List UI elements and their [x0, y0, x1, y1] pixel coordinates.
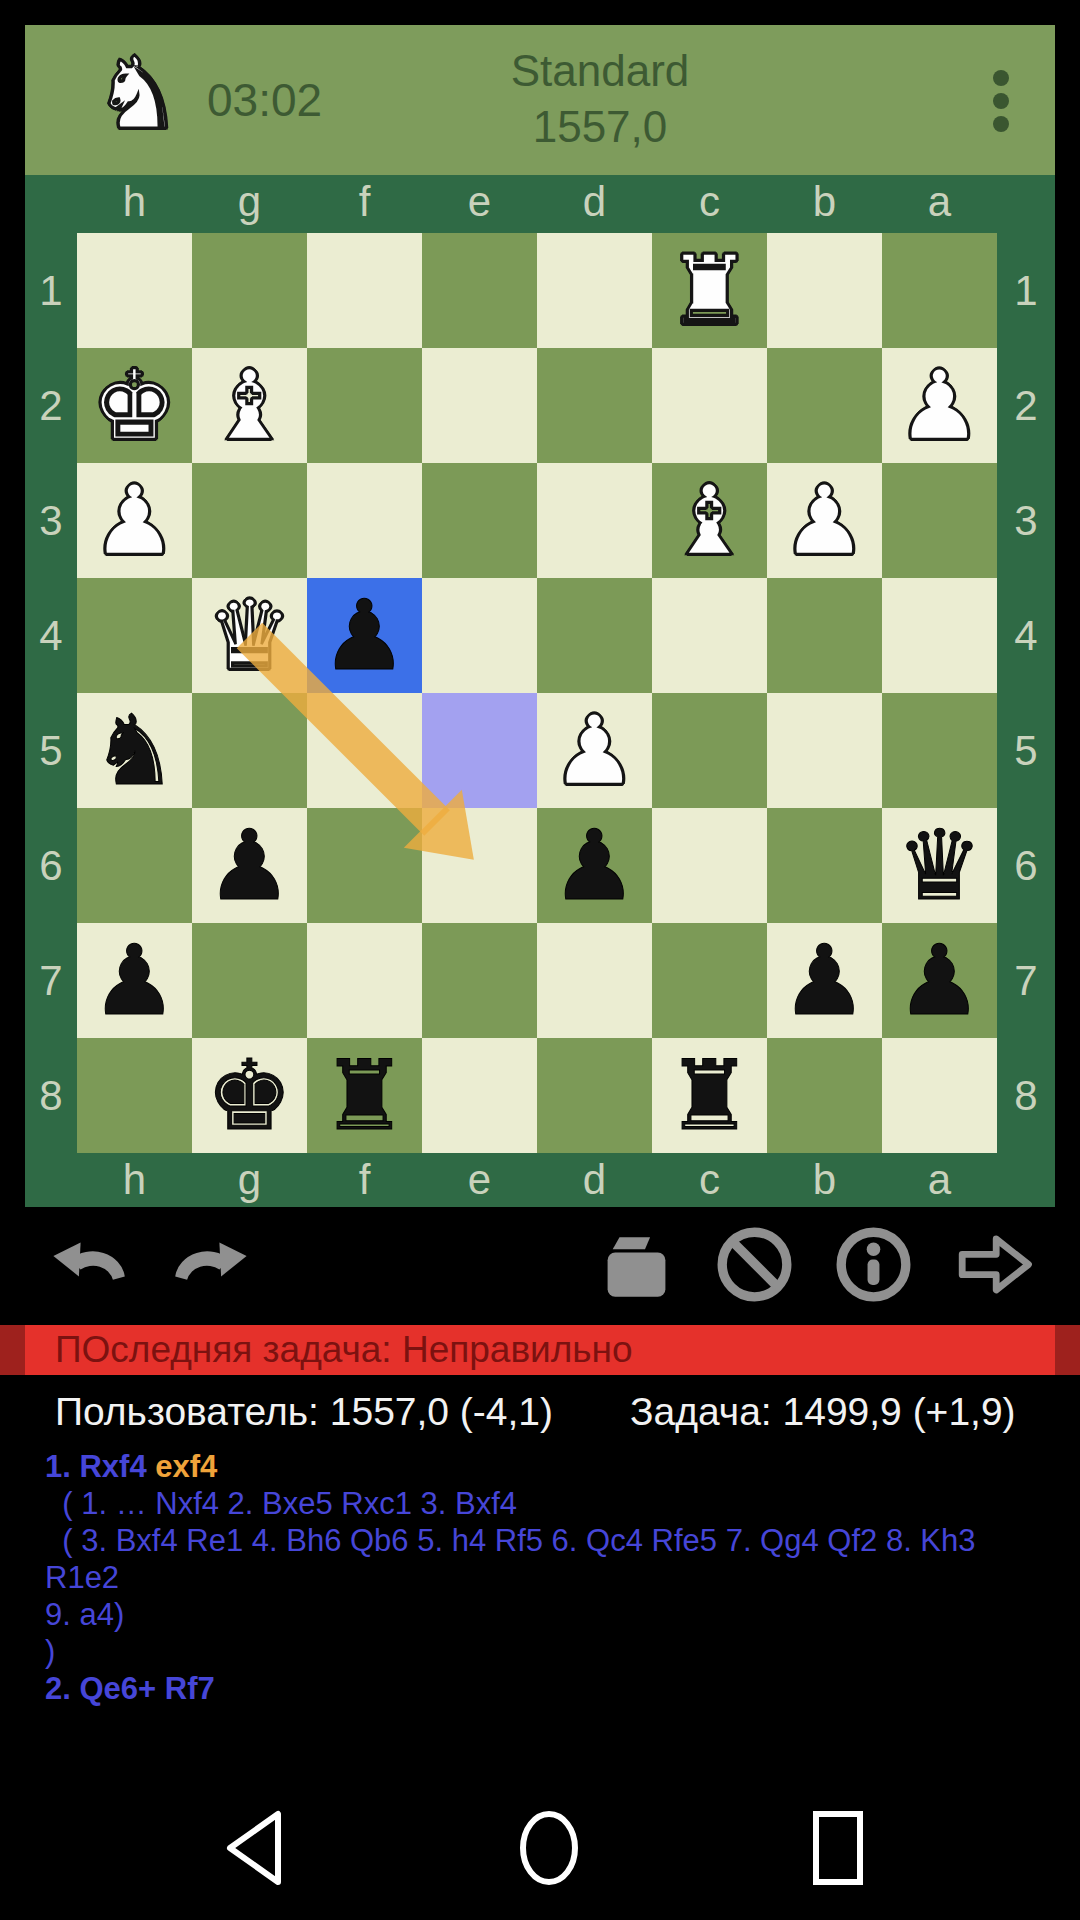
square-a6[interactable]: ♛ — [882, 808, 997, 923]
file-label-h: h — [77, 175, 192, 233]
move-text[interactable]: ( 1. … Nxf4 2. Bxe5 Rxc1 3. Bxf4 — [45, 1486, 517, 1521]
cancel-button[interactable] — [712, 1222, 797, 1307]
white-pawn[interactable]: ♟ — [781, 463, 868, 578]
white-pawn[interactable]: ♟ — [896, 348, 983, 463]
square-h7[interactable]: ♟ — [77, 923, 192, 1038]
square-b1[interactable] — [767, 233, 882, 348]
square-b4[interactable] — [767, 578, 882, 693]
rank-label-7: 7 — [997, 923, 1055, 1038]
white-bishop[interactable]: ♝ — [206, 348, 293, 463]
file-label-c: c — [652, 175, 767, 233]
black-pawn[interactable]: ♟ — [321, 578, 408, 693]
nav-recents-icon[interactable] — [800, 1808, 876, 1888]
square-f1[interactable] — [307, 233, 422, 348]
square-f6[interactable] — [307, 808, 422, 923]
move-list[interactable]: 1. Rxf4 exf4 ( 1. … Nxf4 2. Bxe5 Rxc1 3.… — [45, 1448, 1045, 1707]
square-h8[interactable] — [77, 1038, 192, 1153]
move-line-5: ) — [45, 1633, 1045, 1670]
square-f5[interactable] — [307, 693, 422, 808]
square-g7[interactable] — [192, 923, 307, 1038]
square-a2[interactable]: ♟ — [882, 348, 997, 463]
black-knight[interactable]: ♞ — [91, 693, 178, 808]
square-h5[interactable]: ♞ — [77, 693, 192, 808]
result-banner: ПОследняя задача: Неправильно — [0, 1325, 1080, 1375]
rank-label-4: 4 — [25, 578, 77, 693]
knight-icon: ♞ — [93, 39, 183, 149]
menu-dot — [993, 116, 1009, 132]
square-g1[interactable] — [192, 233, 307, 348]
square-a1[interactable] — [882, 233, 997, 348]
puzzle-timer: 03:02 — [207, 25, 322, 175]
black-pawn[interactable]: ♟ — [91, 923, 178, 1038]
square-b3[interactable]: ♟ — [767, 463, 882, 578]
square-a5[interactable] — [882, 693, 997, 808]
menu-dot — [993, 93, 1009, 109]
info-button[interactable] — [831, 1222, 916, 1307]
square-g2[interactable]: ♝ — [192, 348, 307, 463]
square-g3[interactable] — [192, 463, 307, 578]
square-c5[interactable] — [652, 693, 767, 808]
rating-label: 1557,0 — [310, 99, 890, 155]
move-text[interactable]: ( 3. Bxf4 Re1 4. Bh6 Qb6 5. h4 Rf5 6. Qc… — [45, 1523, 984, 1595]
white-pawn[interactable]: ♟ — [551, 693, 638, 808]
rank-label-4: 4 — [997, 578, 1055, 693]
square-c1[interactable]: ♜ — [652, 233, 767, 348]
square-h4[interactable] — [77, 578, 192, 693]
nav-back-icon[interactable] — [220, 1808, 296, 1888]
rank-label-3: 3 — [25, 463, 77, 578]
file-label-f: f — [307, 1153, 422, 1207]
square-b8[interactable] — [767, 1038, 882, 1153]
square-c3[interactable]: ♝ — [652, 463, 767, 578]
puzzle-rating: Задача: 1499,9 (+1,9) — [630, 1382, 1016, 1442]
file-label-d: d — [537, 175, 652, 233]
menu-dot — [993, 70, 1009, 86]
square-b2[interactable] — [767, 348, 882, 463]
move-line-3: ( 3. Bxf4 Re1 4. Bh6 Qb6 5. h4 Rf5 6. Qc… — [45, 1522, 1045, 1596]
square-g4[interactable]: ♛ — [192, 578, 307, 693]
square-f7[interactable] — [307, 923, 422, 1038]
move-text[interactable]: 9. a4) — [45, 1597, 124, 1632]
move-text[interactable]: exf4 — [155, 1449, 217, 1484]
file-label-d: d — [537, 1153, 652, 1207]
move-line-1: 1. Rxf4 exf4 — [45, 1448, 1045, 1485]
app-header: ♞ 03:02 Standard 1557,0 — [25, 25, 1055, 175]
rank-labels-right: 12345678 — [997, 233, 1055, 1153]
header-title: Standard 1557,0 — [310, 43, 890, 155]
black-pawn[interactable]: ♟ — [896, 923, 983, 1038]
square-d5[interactable]: ♟ — [537, 693, 652, 808]
square-f3[interactable] — [307, 463, 422, 578]
move-line-4: 9. a4) — [45, 1596, 1045, 1633]
black-king[interactable]: ♚ — [206, 1038, 293, 1153]
rank-label-2: 2 — [997, 348, 1055, 463]
rank-label-6: 6 — [997, 808, 1055, 923]
file-label-e: e — [422, 1153, 537, 1207]
user-rating: Пользователь: 1557,0 (-4,1) — [55, 1382, 553, 1442]
square-c7[interactable] — [652, 923, 767, 1038]
square-b7[interactable]: ♟ — [767, 923, 882, 1038]
white-bishop[interactable]: ♝ — [666, 463, 753, 578]
file-label-e: e — [422, 175, 537, 233]
folder-button[interactable] — [594, 1222, 679, 1307]
square-f2[interactable] — [307, 348, 422, 463]
square-e5[interactable] — [422, 693, 537, 808]
ratings-row: Пользователь: 1557,0 (-4,1) Задача: 1499… — [0, 1382, 1080, 1442]
file-labels-top: hgfedcba — [77, 175, 997, 233]
square-h3[interactable]: ♟ — [77, 463, 192, 578]
rank-label-3: 3 — [997, 463, 1055, 578]
chess-board[interactable]: ♜♚♝♟♟♝♟♛♟♞♟♟♟♛♟♟♟♚♜♜ — [77, 233, 997, 1153]
kebab-menu-icon[interactable] — [993, 70, 1009, 132]
file-labels-bottom: hgfedcba — [77, 1153, 997, 1207]
square-b6[interactable] — [767, 808, 882, 923]
square-c4[interactable] — [652, 578, 767, 693]
rank-label-7: 7 — [25, 923, 77, 1038]
square-e3[interactable] — [422, 463, 537, 578]
square-e4[interactable] — [422, 578, 537, 693]
white-king[interactable]: ♚ — [91, 348, 178, 463]
result-banner-text: ПОследняя задача: Неправильно — [55, 1325, 633, 1375]
move-text[interactable]: ) — [45, 1634, 55, 1669]
square-a7[interactable]: ♟ — [882, 923, 997, 1038]
file-label-f: f — [307, 175, 422, 233]
file-label-a: a — [882, 175, 997, 233]
black-queen[interactable]: ♛ — [896, 808, 983, 923]
square-g6[interactable]: ♟ — [192, 808, 307, 923]
file-label-a: a — [882, 1153, 997, 1207]
black-pawn[interactable]: ♟ — [551, 808, 638, 923]
square-c8[interactable]: ♜ — [652, 1038, 767, 1153]
square-e8[interactable] — [422, 1038, 537, 1153]
square-e1[interactable] — [422, 233, 537, 348]
square-d8[interactable] — [537, 1038, 652, 1153]
move-text[interactable]: 2. Qe6+ Rf7 — [45, 1671, 215, 1706]
square-h6[interactable] — [77, 808, 192, 923]
square-d1[interactable] — [537, 233, 652, 348]
square-g5[interactable] — [192, 693, 307, 808]
mode-label: Standard — [310, 43, 890, 99]
square-c6[interactable] — [652, 808, 767, 923]
black-pawn[interactable]: ♟ — [206, 808, 293, 923]
square-f8[interactable]: ♜ — [307, 1038, 422, 1153]
rank-label-1: 1 — [997, 233, 1055, 348]
square-e6[interactable] — [422, 808, 537, 923]
file-label-h: h — [77, 1153, 192, 1207]
square-e2[interactable] — [422, 348, 537, 463]
white-pawn[interactable]: ♟ — [91, 463, 178, 578]
rank-label-8: 8 — [997, 1038, 1055, 1153]
square-e7[interactable] — [422, 923, 537, 1038]
square-c2[interactable] — [652, 348, 767, 463]
redo-button[interactable] — [165, 1222, 250, 1307]
file-label-c: c — [652, 1153, 767, 1207]
black-rook[interactable]: ♜ — [321, 1038, 408, 1153]
rank-label-2: 2 — [25, 348, 77, 463]
square-h2[interactable]: ♚ — [77, 348, 192, 463]
rank-label-5: 5 — [25, 693, 77, 808]
rank-label-1: 1 — [25, 233, 77, 348]
rank-label-8: 8 — [25, 1038, 77, 1153]
square-d2[interactable] — [537, 348, 652, 463]
rank-labels-left: 12345678 — [25, 233, 77, 1153]
nav-home-icon[interactable] — [511, 1808, 587, 1888]
white-queen[interactable]: ♛ — [206, 578, 293, 693]
square-h1[interactable] — [77, 233, 192, 348]
file-label-b: b — [767, 1153, 882, 1207]
square-g8[interactable]: ♚ — [192, 1038, 307, 1153]
square-a4[interactable] — [882, 578, 997, 693]
file-label-g: g — [192, 1153, 307, 1207]
status-bar — [0, 0, 1080, 25]
square-d6[interactable]: ♟ — [537, 808, 652, 923]
move-line-2: ( 1. … Nxf4 2. Bxe5 Rxc1 3. Bxf4 — [45, 1485, 1045, 1522]
square-a8[interactable] — [882, 1038, 997, 1153]
square-a3[interactable] — [882, 463, 997, 578]
white-rook[interactable]: ♜ — [666, 233, 753, 348]
rank-label-5: 5 — [997, 693, 1055, 808]
square-d4[interactable] — [537, 578, 652, 693]
file-label-g: g — [192, 175, 307, 233]
file-label-b: b — [767, 175, 882, 233]
undo-button[interactable] — [50, 1222, 135, 1307]
black-pawn[interactable]: ♟ — [781, 923, 868, 1038]
move-text[interactable]: 1. Rxf4 — [45, 1449, 155, 1484]
chess-board-frame: hgfedcba 12345678 12345678 ♜♚♝♟♟♝♟♛♟♞♟♟♟… — [25, 175, 1055, 1207]
rank-label-6: 6 — [25, 808, 77, 923]
square-d3[interactable] — [537, 463, 652, 578]
square-f4[interactable]: ♟ — [307, 578, 422, 693]
square-b5[interactable] — [767, 693, 882, 808]
next-puzzle-button[interactable] — [952, 1222, 1037, 1307]
square-d7[interactable] — [537, 923, 652, 1038]
move-line-6: 2. Qe6+ Rf7 — [45, 1670, 1045, 1707]
black-rook[interactable]: ♜ — [666, 1038, 753, 1153]
